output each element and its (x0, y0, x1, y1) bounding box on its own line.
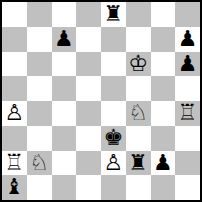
square-d5 (76, 76, 101, 101)
piece-black-pawn: ♟ (178, 52, 198, 77)
square-c8 (52, 2, 77, 27)
square-e5 (101, 76, 126, 101)
piece-white-pawn: ♙ (5, 101, 25, 126)
chess-board-frame: ♜♟♟♔♟♙♘♖♚♖♘♙♜♟♝ (0, 0, 202, 202)
square-a5 (2, 76, 27, 101)
square-e8: ♜ (101, 2, 126, 27)
square-h5 (175, 76, 200, 101)
square-d7 (76, 27, 101, 52)
square-a3 (2, 126, 27, 151)
square-b3 (27, 126, 52, 151)
square-b7 (27, 27, 52, 52)
square-f4: ♘ (126, 101, 151, 126)
square-g3 (151, 126, 176, 151)
square-e7 (101, 27, 126, 52)
square-g6 (151, 52, 176, 77)
piece-black-rook: ♜ (128, 151, 148, 176)
piece-black-pawn: ♟ (54, 27, 74, 52)
piece-black-rook: ♜ (104, 2, 124, 27)
square-a8 (2, 2, 27, 27)
square-d6 (76, 52, 101, 77)
square-d3 (76, 126, 101, 151)
square-c6 (52, 52, 77, 77)
square-h3 (175, 126, 200, 151)
square-b4 (27, 101, 52, 126)
square-c5 (52, 76, 77, 101)
square-e1 (101, 175, 126, 200)
piece-black-king: ♚ (104, 126, 124, 151)
square-g4 (151, 101, 176, 126)
square-c4 (52, 101, 77, 126)
square-a6 (2, 52, 27, 77)
square-d2 (76, 151, 101, 176)
square-h8 (175, 2, 200, 27)
square-h6: ♟ (175, 52, 200, 77)
square-f8 (126, 2, 151, 27)
square-f7 (126, 27, 151, 52)
square-d1 (76, 175, 101, 200)
piece-white-rook: ♖ (178, 101, 198, 126)
square-h7: ♟ (175, 27, 200, 52)
piece-white-pawn: ♙ (104, 151, 124, 176)
square-g2: ♟ (151, 151, 176, 176)
piece-white-knight: ♘ (128, 101, 148, 126)
square-d4 (76, 101, 101, 126)
square-f2: ♜ (126, 151, 151, 176)
square-f3 (126, 126, 151, 151)
square-b5 (27, 76, 52, 101)
square-f1 (126, 175, 151, 200)
square-f6: ♔ (126, 52, 151, 77)
piece-white-rook: ♖ (5, 151, 25, 176)
square-c3 (52, 126, 77, 151)
piece-white-knight: ♘ (29, 151, 49, 176)
square-h4: ♖ (175, 101, 200, 126)
square-b8 (27, 2, 52, 27)
square-c7: ♟ (52, 27, 77, 52)
piece-black-pawn: ♟ (178, 27, 198, 52)
square-b1 (27, 175, 52, 200)
square-c2 (52, 151, 77, 176)
square-a1: ♝ (2, 175, 27, 200)
square-g7 (151, 27, 176, 52)
square-e6 (101, 52, 126, 77)
piece-black-bishop: ♝ (5, 175, 25, 200)
square-g5 (151, 76, 176, 101)
square-b6 (27, 52, 52, 77)
square-f5 (126, 76, 151, 101)
square-e4 (101, 101, 126, 126)
piece-white-king: ♔ (128, 52, 148, 77)
chess-board: ♜♟♟♔♟♙♘♖♚♖♘♙♜♟♝ (2, 2, 200, 200)
square-c1 (52, 175, 77, 200)
square-h1 (175, 175, 200, 200)
square-h2 (175, 151, 200, 176)
square-b2: ♘ (27, 151, 52, 176)
square-e3: ♚ (101, 126, 126, 151)
piece-black-pawn: ♟ (153, 151, 173, 176)
square-e2: ♙ (101, 151, 126, 176)
square-a7 (2, 27, 27, 52)
square-g1 (151, 175, 176, 200)
square-a4: ♙ (2, 101, 27, 126)
square-a2: ♖ (2, 151, 27, 176)
square-d8 (76, 2, 101, 27)
square-g8 (151, 2, 176, 27)
